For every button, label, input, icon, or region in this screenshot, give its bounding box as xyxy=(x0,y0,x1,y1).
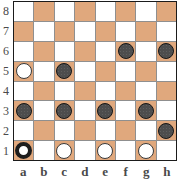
square-a2[interactable] xyxy=(14,121,33,140)
square-c7[interactable] xyxy=(55,22,74,41)
piece-black-man-a3[interactable] xyxy=(16,103,32,119)
square-h7[interactable] xyxy=(157,22,176,41)
file-label-g: g xyxy=(136,162,157,181)
file-labels: abcdefgh xyxy=(13,162,177,181)
square-f6[interactable] xyxy=(116,42,135,61)
square-b7[interactable] xyxy=(34,22,53,41)
square-e2[interactable] xyxy=(96,121,115,140)
square-e3[interactable] xyxy=(96,101,115,120)
square-c5[interactable] xyxy=(55,62,74,81)
checkers-board xyxy=(13,1,177,161)
square-d4[interactable] xyxy=(75,82,94,101)
rank-label-7: 7 xyxy=(0,21,12,41)
square-g8[interactable] xyxy=(136,2,155,21)
square-a6[interactable] xyxy=(14,42,33,61)
square-g4[interactable] xyxy=(136,82,155,101)
square-b3[interactable] xyxy=(34,101,53,120)
square-e5[interactable] xyxy=(96,62,115,81)
square-a4[interactable] xyxy=(14,82,33,101)
square-f8[interactable] xyxy=(116,2,135,21)
square-g3[interactable] xyxy=(136,101,155,120)
square-d3[interactable] xyxy=(75,101,94,120)
square-b2[interactable] xyxy=(34,121,53,140)
square-a1[interactable] xyxy=(14,141,33,160)
piece-white-man-e1[interactable] xyxy=(97,143,113,159)
rank-label-1: 1 xyxy=(0,141,12,161)
file-label-f: f xyxy=(116,162,137,181)
rank-labels: 87654321 xyxy=(0,1,12,161)
piece-white-man-g1[interactable] xyxy=(138,143,154,159)
square-f3[interactable] xyxy=(116,101,135,120)
square-h2[interactable] xyxy=(157,121,176,140)
piece-black-man-c5[interactable] xyxy=(56,63,72,79)
file-label-a: a xyxy=(13,162,34,181)
square-e6[interactable] xyxy=(96,42,115,61)
square-g1[interactable] xyxy=(136,141,155,160)
square-a5[interactable] xyxy=(14,62,33,81)
square-f4[interactable] xyxy=(116,82,135,101)
square-d5[interactable] xyxy=(75,62,94,81)
file-label-h: h xyxy=(157,162,178,181)
square-g2[interactable] xyxy=(136,121,155,140)
square-h1[interactable] xyxy=(157,141,176,160)
square-g7[interactable] xyxy=(136,22,155,41)
piece-black-man-h2[interactable] xyxy=(158,123,174,139)
square-a3[interactable] xyxy=(14,101,33,120)
square-e7[interactable] xyxy=(96,22,115,41)
file-label-d: d xyxy=(75,162,96,181)
piece-white-man-a5[interactable] xyxy=(16,63,32,79)
square-a8[interactable] xyxy=(14,2,33,21)
square-e4[interactable] xyxy=(96,82,115,101)
square-f1[interactable] xyxy=(116,141,135,160)
square-b4[interactable] xyxy=(34,82,53,101)
square-d1[interactable] xyxy=(75,141,94,160)
square-c3[interactable] xyxy=(55,101,74,120)
piece-white-king-a1[interactable] xyxy=(15,142,32,159)
square-c6[interactable] xyxy=(55,42,74,61)
square-f2[interactable] xyxy=(116,121,135,140)
square-a7[interactable] xyxy=(14,22,33,41)
piece-black-man-e3[interactable] xyxy=(97,103,113,119)
square-c1[interactable] xyxy=(55,141,74,160)
checkers-diagram: 87654321 abcdefgh xyxy=(0,0,179,183)
rank-label-3: 3 xyxy=(0,101,12,121)
square-b8[interactable] xyxy=(34,2,53,21)
square-h5[interactable] xyxy=(157,62,176,81)
square-b5[interactable] xyxy=(34,62,53,81)
rank-label-5: 5 xyxy=(0,61,12,81)
square-d7[interactable] xyxy=(75,22,94,41)
piece-black-man-c3[interactable] xyxy=(56,103,72,119)
piece-black-man-h6[interactable] xyxy=(158,43,174,59)
square-f5[interactable] xyxy=(116,62,135,81)
piece-black-man-g3[interactable] xyxy=(138,103,154,119)
square-b1[interactable] xyxy=(34,141,53,160)
rank-label-4: 4 xyxy=(0,81,12,101)
rank-label-8: 8 xyxy=(0,1,12,21)
square-h4[interactable] xyxy=(157,82,176,101)
file-label-b: b xyxy=(34,162,55,181)
piece-white-man-c1[interactable] xyxy=(56,143,72,159)
file-label-e: e xyxy=(95,162,116,181)
square-c4[interactable] xyxy=(55,82,74,101)
square-b6[interactable] xyxy=(34,42,53,61)
square-c8[interactable] xyxy=(55,2,74,21)
square-c2[interactable] xyxy=(55,121,74,140)
square-g5[interactable] xyxy=(136,62,155,81)
rank-label-2: 2 xyxy=(0,121,12,141)
square-f7[interactable] xyxy=(116,22,135,41)
piece-black-man-f6[interactable] xyxy=(118,43,134,59)
square-e8[interactable] xyxy=(96,2,115,21)
square-e1[interactable] xyxy=(96,141,115,160)
square-h3[interactable] xyxy=(157,101,176,120)
square-g6[interactable] xyxy=(136,42,155,61)
square-h6[interactable] xyxy=(157,42,176,61)
square-d2[interactable] xyxy=(75,121,94,140)
square-d6[interactable] xyxy=(75,42,94,61)
file-label-c: c xyxy=(54,162,75,181)
square-h8[interactable] xyxy=(157,2,176,21)
square-d8[interactable] xyxy=(75,2,94,21)
rank-label-6: 6 xyxy=(0,41,12,61)
